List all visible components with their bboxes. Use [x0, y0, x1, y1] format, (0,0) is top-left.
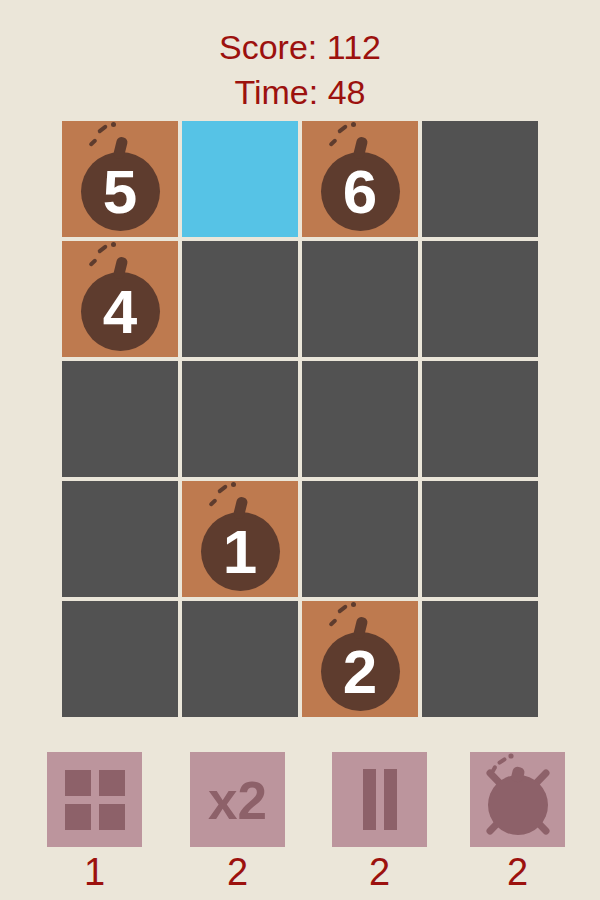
bomb-spark-icon — [96, 124, 107, 134]
bomb: 4 — [81, 272, 160, 351]
shuffle-grid-button[interactable] — [47, 752, 142, 847]
bomb-number: 5 — [81, 152, 160, 231]
cell-r5c2-empty[interactable] — [182, 601, 298, 717]
bomb-spark-icon — [328, 618, 337, 627]
bomb-spark-icon — [351, 122, 356, 127]
pause-icon — [363, 769, 397, 830]
cell-r5c4-empty[interactable] — [422, 601, 538, 717]
cell-r3c1-empty[interactable] — [62, 361, 178, 477]
powerup-group-pause: 2 — [332, 752, 427, 891]
powerup-group-grid: 1 — [47, 752, 142, 891]
bomb-powerup-button[interactable] — [470, 752, 565, 847]
board: 56412 — [62, 121, 538, 717]
score-text: Score: 112 — [0, 30, 600, 64]
bomb-number: 4 — [81, 272, 160, 351]
cell-r2c2-empty[interactable] — [182, 241, 298, 357]
grid-icon — [65, 770, 125, 830]
cell-r4c2-bomb-1[interactable]: 1 — [182, 481, 298, 597]
bomb-spark-icon — [216, 484, 227, 494]
bomb-spark-icon — [336, 124, 347, 134]
powerup-count-grid: 1 — [47, 853, 142, 891]
bomb-number: 1 — [201, 512, 280, 591]
cell-r5c3-bomb-2[interactable]: 2 — [302, 601, 418, 717]
cell-r2c3-empty[interactable] — [302, 241, 418, 357]
cell-r1c3-bomb-6[interactable]: 6 — [302, 121, 418, 237]
powerup-count-pause: 2 — [332, 853, 427, 891]
bomb-spark-icon — [351, 602, 356, 607]
bomb-spark-icon — [88, 138, 97, 147]
bomb-spark-icon — [88, 258, 97, 267]
cell-r3c3-empty[interactable] — [302, 361, 418, 477]
pause-button[interactable] — [332, 752, 427, 847]
cell-r1c4-empty[interactable] — [422, 121, 538, 237]
cell-r1c1-bomb-5[interactable]: 5 — [62, 121, 178, 237]
cell-r4c4-empty[interactable] — [422, 481, 538, 597]
cell-r3c4-empty[interactable] — [422, 361, 538, 477]
cell-r2c4-empty[interactable] — [422, 241, 538, 357]
bomb-spark-icon — [111, 122, 116, 127]
powerup-group-x2: x2 2 — [190, 752, 285, 891]
powerup-count-bomb: 2 — [470, 853, 565, 891]
x2-icon: x2 — [190, 773, 285, 826]
powerup-count-x2: 2 — [190, 853, 285, 891]
double-score-button[interactable]: x2 — [190, 752, 285, 847]
bomb-spark-icon — [328, 138, 337, 147]
bomb-number: 2 — [321, 632, 400, 711]
cell-r2c1-bomb-4[interactable]: 4 — [62, 241, 178, 357]
time-text: Time: 48 — [0, 75, 600, 109]
bomb-spark-icon — [231, 482, 236, 487]
cell-r3c2-empty[interactable] — [182, 361, 298, 477]
bomb-spark-icon — [336, 604, 347, 614]
bomb: 2 — [321, 632, 400, 711]
bomb: 5 — [81, 152, 160, 231]
bomb: 1 — [201, 512, 280, 591]
bomb-spark-icon — [111, 242, 116, 247]
cell-r4c3-empty[interactable] — [302, 481, 418, 597]
bomb-spark-icon — [96, 244, 107, 254]
bomb-spark-icon — [208, 498, 217, 507]
game-screen: Score: 112 Time: 48 56412 1 x2 2 2 — [0, 0, 600, 900]
bomb-number: 6 — [321, 152, 400, 231]
cell-r4c1-empty[interactable] — [62, 481, 178, 597]
powerup-group-bomb: 2 — [470, 752, 565, 891]
cell-r1c2-selected[interactable] — [182, 121, 298, 237]
bomb-icon — [470, 752, 565, 847]
cell-r5c1-empty[interactable] — [62, 601, 178, 717]
bomb: 6 — [321, 152, 400, 231]
